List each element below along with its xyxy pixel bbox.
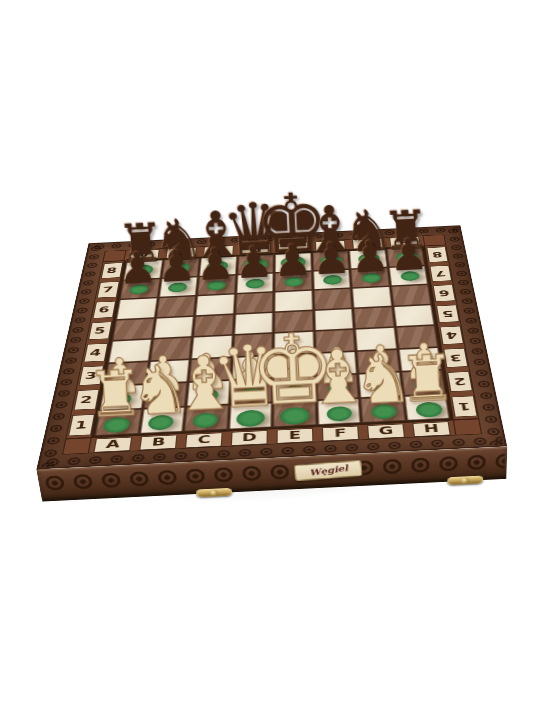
- brand-label-text: Węgiel: [308, 463, 348, 477]
- chess-board-box: ABCDEFGH ABCDEFGH 87654321 87654321 ♜♞♝♛…: [36, 225, 507, 469]
- perspective-wrapper: ABCDEFGH ABCDEFGH 87654321 87654321 ♜♞♝♛…: [0, 0, 540, 720]
- file-label: B: [135, 433, 182, 451]
- file-label: H: [408, 420, 456, 438]
- camera-roll-wrapper: ABCDEFGH ABCDEFGH 87654321 87654321 ♜♞♝♛…: [0, 0, 540, 720]
- file-label: E: [272, 427, 318, 445]
- file-label: C: [180, 431, 227, 449]
- piece-white-rook[interactable]: ♜: [374, 286, 478, 410]
- brass-clasp-left: [196, 488, 233, 498]
- product-photo: ABCDEFGH ABCDEFGH 87654321 87654321 ♜♞♝♛…: [0, 0, 540, 720]
- file-label: A: [89, 435, 137, 453]
- file-label: F: [317, 424, 363, 442]
- file-label: G: [363, 422, 410, 440]
- rank-label: 8: [424, 245, 449, 265]
- ring-corner: [62, 438, 92, 455]
- brass-clasp-right: [447, 476, 483, 486]
- file-label: D: [226, 429, 272, 447]
- ring-corner: [453, 419, 482, 436]
